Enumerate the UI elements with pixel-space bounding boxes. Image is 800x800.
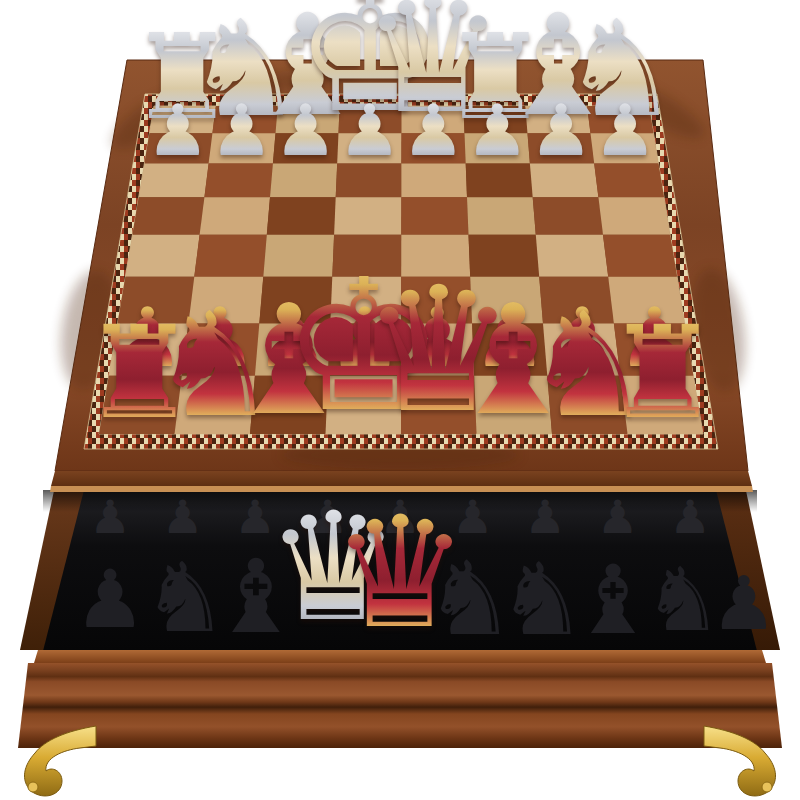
drawer-cutout-pawn: ♟: [162, 494, 203, 540]
drawer-cutout-pawn: ♟: [74, 560, 146, 640]
chess-set-photo: ♜♞♝♚♛♜♝♞♟♟♟♟♟♟♟♟♟♟♟♟♟♟♟♟♜♞♝♚♛♝♞♜♟♟♟♟♟♟♟♟…: [0, 0, 800, 800]
drawer-cutout-pawn: ♟: [711, 566, 777, 640]
drawer-cutout-pawn: ♟: [597, 494, 638, 540]
drawer-piece-spare-queen-gold[interactable]: ♛: [331, 496, 469, 650]
piece-g7-silver-pawn[interactable]: ♟: [529, 95, 593, 166]
drawer-cutout-pawn: ♟: [669, 494, 710, 540]
piece-h1-red-rook[interactable]: ♜: [605, 309, 720, 437]
piece-b7-silver-pawn[interactable]: ♟: [210, 95, 274, 166]
pieces-layer: ♜♞♝♚♛♜♝♞♟♟♟♟♟♟♟♟♟♟♟♟♟♟♟♟♜♞♝♚♛♝♞♜♟♟♟♟♟♟♟♟…: [0, 0, 800, 800]
piece-d7-silver-pawn[interactable]: ♟: [338, 95, 402, 166]
piece-f7-silver-pawn[interactable]: ♟: [465, 95, 529, 166]
piece-a7-silver-pawn[interactable]: ♟: [146, 95, 210, 166]
drawer-cutout-pawn: ♟: [524, 494, 565, 540]
piece-c7-silver-pawn[interactable]: ♟: [274, 95, 338, 166]
drawer-cutout-pawn: ♟: [89, 494, 130, 540]
piece-e7-silver-pawn[interactable]: ♟: [402, 95, 466, 166]
piece-h7-silver-pawn[interactable]: ♟: [593, 95, 657, 166]
